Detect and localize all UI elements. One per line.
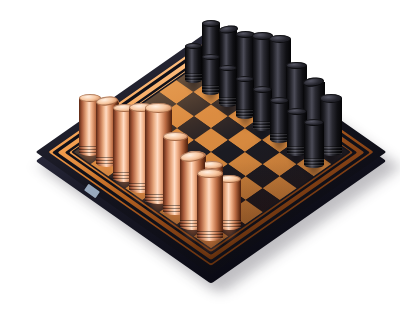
chess-set-photo bbox=[0, 0, 400, 317]
piece-black-pawn-h7[interactable] bbox=[304, 119, 324, 168]
piece-ribbed-band bbox=[236, 109, 254, 118]
piece-ribbed-band bbox=[197, 231, 224, 240]
piece-ribbed-band bbox=[185, 73, 202, 82]
piece-top-face bbox=[185, 43, 202, 49]
pieces-layer bbox=[0, 0, 400, 317]
piece-top-face bbox=[145, 103, 171, 112]
piece-top-face bbox=[202, 54, 219, 60]
piece-black-pawn-a7[interactable] bbox=[185, 43, 202, 83]
piece-top-face bbox=[219, 65, 237, 71]
piece-ribbed-band bbox=[219, 97, 237, 106]
piece-ribbed-band bbox=[202, 85, 219, 94]
piece-ribbed-band bbox=[304, 158, 324, 167]
piece-black-pawn-d7[interactable] bbox=[236, 76, 254, 120]
piece-top-face bbox=[320, 94, 343, 102]
piece-white-rook-h1[interactable] bbox=[197, 169, 224, 242]
piece-top-face bbox=[269, 35, 291, 43]
piece-black-pawn-c7[interactable] bbox=[219, 65, 237, 108]
piece-black-pawn-b7[interactable] bbox=[202, 54, 219, 95]
